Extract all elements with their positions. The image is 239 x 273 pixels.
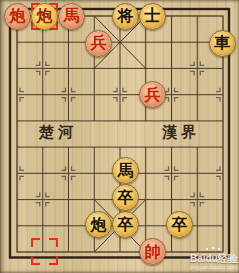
watermark-domain: jingyan.baidu.com	[190, 264, 238, 271]
black-cannon[interactable]: 炮	[85, 211, 112, 238]
watermark-brand: Baidu经验	[190, 253, 238, 264]
red-soldier[interactable]: 兵	[85, 30, 112, 57]
black-chariot[interactable]: 車	[209, 30, 236, 57]
red-cannon[interactable]: 炮	[31, 3, 58, 30]
move-origin-marker	[31, 238, 58, 265]
red-general[interactable]: 帥	[139, 238, 166, 265]
black-soldier[interactable]: 卒	[112, 184, 139, 211]
red-horse[interactable]: 馬	[58, 3, 85, 30]
watermark: Baidu经验 jingyan.baidu.com	[190, 247, 238, 271]
black-advisor[interactable]: 士	[139, 3, 166, 30]
paw-icon	[204, 247, 224, 252]
xiangqi-board: 楚河 漢界 炮炮馬将士兵車兵馬卒炮卒卒帥 Baidu经验 jingyan.bai…	[0, 0, 239, 273]
red-cannon[interactable]: 炮	[4, 3, 31, 30]
red-soldier[interactable]: 兵	[139, 81, 166, 108]
black-soldier[interactable]: 卒	[166, 211, 193, 238]
black-horse[interactable]: 馬	[112, 157, 139, 184]
black-general[interactable]: 将	[112, 3, 139, 30]
black-soldier[interactable]: 卒	[112, 211, 139, 238]
piece-layer: 炮炮馬将士兵車兵馬卒炮卒卒帥	[4, 3, 236, 265]
